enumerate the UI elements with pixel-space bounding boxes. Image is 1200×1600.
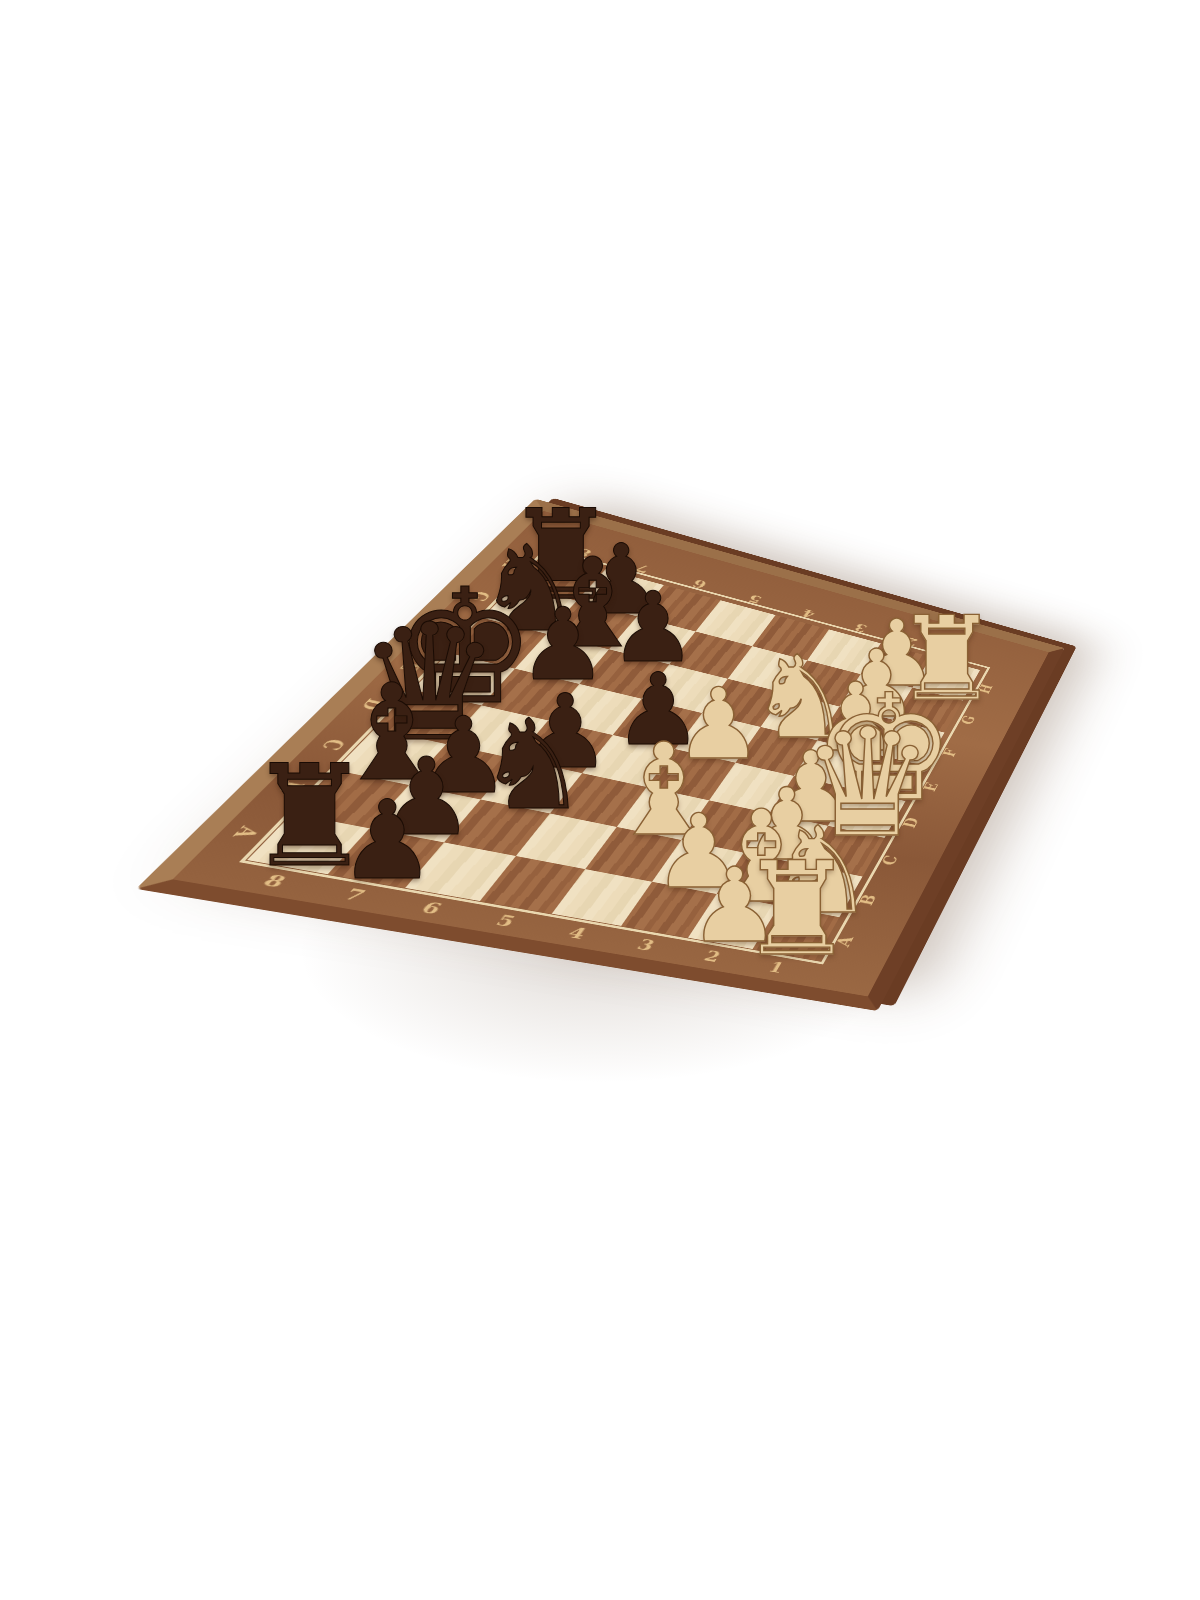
rank-label-2-right: 2 — [898, 634, 924, 650]
file-label-b-far: B — [269, 776, 315, 798]
file-label-h-far: H — [495, 555, 530, 573]
rank-label-3-right: 3 — [847, 620, 874, 636]
file-label-f-near: F — [936, 744, 962, 761]
scene: AABBCCDDEEFFGGHH1122334455667788 ♜♟♞♝♟♟♟… — [0, 0, 1200, 1600]
file-label-g-far: G — [462, 587, 499, 606]
rank-label-2-left: 2 — [695, 945, 730, 966]
file-label-e-near: E — [917, 778, 944, 796]
file-label-a-near: A — [828, 931, 859, 951]
file-label-e-far: E — [391, 657, 431, 677]
file-label-c-far: C — [312, 734, 355, 755]
file-label-g-near: G — [955, 712, 980, 729]
rank-label-7-left: 7 — [332, 883, 377, 906]
rank-label-6-left: 6 — [410, 896, 453, 919]
file-label-d-near: D — [896, 814, 924, 832]
rank-label-8-left: 8 — [251, 869, 299, 892]
file-label-h-near: H — [973, 681, 998, 697]
file-label-a-far: A — [223, 821, 271, 844]
file-label-c-near: C — [875, 851, 904, 870]
page: { "game": "chess", "scene": { "descripti… — [0, 0, 1200, 1600]
rank-label-7-right: 7 — [626, 560, 658, 577]
file-label-d-far: D — [353, 694, 395, 715]
rank-label-8-right: 8 — [567, 544, 600, 561]
rank-label-5-right: 5 — [740, 591, 769, 608]
rank-label-1-left: 1 — [760, 957, 794, 978]
rank-label-5-left: 5 — [485, 909, 526, 931]
file-label-b-near: B — [852, 890, 882, 909]
rank-label-3-left: 3 — [628, 934, 665, 956]
rank-label-4-left: 4 — [558, 922, 597, 944]
rank-label-6-right: 6 — [684, 576, 714, 593]
file-label-f-far: F — [427, 621, 465, 640]
board-grid — [247, 553, 980, 960]
rank-label-1-right: 1 — [948, 647, 973, 663]
rank-label-4-right: 4 — [794, 605, 822, 622]
